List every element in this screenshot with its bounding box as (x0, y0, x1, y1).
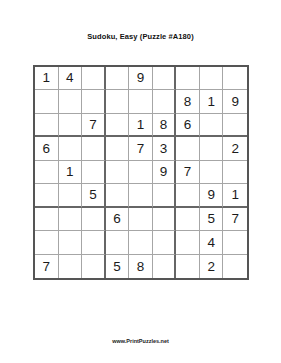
sudoku-cell-r2c3[interactable] (82, 90, 106, 113)
sudoku-cell-r4c8[interactable] (200, 137, 224, 160)
sudoku-cell-r8c5[interactable] (129, 231, 153, 254)
sudoku-cell-r3c6[interactable]: 8 (153, 114, 177, 137)
sudoku-cell-r7c9[interactable]: 7 (223, 208, 247, 231)
sudoku-cell-r2c5[interactable] (129, 90, 153, 113)
sudoku-cell-r7c1[interactable] (35, 208, 59, 231)
sudoku-cell-r7c3[interactable] (82, 208, 106, 231)
sudoku-cell-r9c7[interactable] (176, 255, 200, 278)
sudoku-cell-r9c3[interactable] (82, 255, 106, 278)
sudoku-cell-r7c2[interactable] (59, 208, 83, 231)
sudoku-cell-r4c1[interactable]: 6 (35, 137, 59, 160)
sudoku-cell-r5c5[interactable] (129, 161, 153, 184)
sudoku-cell-r6c3[interactable]: 5 (82, 184, 106, 207)
sudoku-cell-r6c9[interactable]: 1 (223, 184, 247, 207)
sudoku-cell-r9c9[interactable] (223, 255, 247, 278)
sudoku-cell-r4c3[interactable] (82, 137, 106, 160)
sudoku-cell-r8c6[interactable] (153, 231, 177, 254)
sudoku-cell-r1c8[interactable] (200, 67, 224, 90)
sudoku-cell-r5c6[interactable]: 9 (153, 161, 177, 184)
sudoku-cell-r3c4[interactable] (106, 114, 130, 137)
sudoku-cell-r6c4[interactable] (106, 184, 130, 207)
sudoku-cell-r1c6[interactable] (153, 67, 177, 90)
sudoku-cell-r3c7[interactable]: 6 (176, 114, 200, 137)
sudoku-cell-r7c8[interactable]: 5 (200, 208, 224, 231)
sudoku-cell-r9c4[interactable]: 5 (106, 255, 130, 278)
puzzle-title: Sudoku, Easy (Puzzle #A180) (0, 32, 281, 41)
sudoku-cell-r4c6[interactable]: 3 (153, 137, 177, 160)
sudoku-cell-r1c4[interactable] (106, 67, 130, 90)
sudoku-cell-r1c3[interactable] (82, 67, 106, 90)
sudoku-cell-r2c4[interactable] (106, 90, 130, 113)
sudoku-cell-r4c9[interactable]: 2 (223, 137, 247, 160)
sudoku-cell-r2c7[interactable]: 8 (176, 90, 200, 113)
sudoku-cell-r6c5[interactable] (129, 184, 153, 207)
sudoku-cell-r7c7[interactable] (176, 208, 200, 231)
sudoku-cell-r2c6[interactable] (153, 90, 177, 113)
sudoku-cell-r5c4[interactable] (106, 161, 130, 184)
sudoku-cell-r6c7[interactable] (176, 184, 200, 207)
sudoku-cell-r5c9[interactable] (223, 161, 247, 184)
sudoku-cell-r6c2[interactable] (59, 184, 83, 207)
sudoku-cell-r5c2[interactable]: 1 (59, 161, 83, 184)
sudoku-cell-r1c1[interactable]: 1 (35, 67, 59, 90)
sudoku-cell-r4c5[interactable]: 7 (129, 137, 153, 160)
sudoku-cell-r3c2[interactable] (59, 114, 83, 137)
sudoku-cell-r8c3[interactable] (82, 231, 106, 254)
sudoku-cell-r1c7[interactable] (176, 67, 200, 90)
puzzle-page: Sudoku, Easy (Puzzle #A180) 149819718667… (0, 0, 281, 363)
sudoku-grid: 1498197186673219759165747582 (33, 65, 249, 280)
sudoku-cell-r1c9[interactable] (223, 67, 247, 90)
sudoku-cell-r7c5[interactable] (129, 208, 153, 231)
sudoku-cell-r2c8[interactable]: 1 (200, 90, 224, 113)
sudoku-cell-r7c6[interactable] (153, 208, 177, 231)
sudoku-cell-r3c8[interactable] (200, 114, 224, 137)
sudoku-cell-r6c8[interactable]: 9 (200, 184, 224, 207)
sudoku-cell-r5c8[interactable] (200, 161, 224, 184)
sudoku-cell-r5c1[interactable] (35, 161, 59, 184)
sudoku-cell-r2c2[interactable] (59, 90, 83, 113)
sudoku-cell-r8c2[interactable] (59, 231, 83, 254)
sudoku-cell-r2c9[interactable]: 9 (223, 90, 247, 113)
sudoku-cell-r3c1[interactable] (35, 114, 59, 137)
sudoku-cell-r4c7[interactable] (176, 137, 200, 160)
sudoku-cell-r8c4[interactable] (106, 231, 130, 254)
sudoku-cell-r8c1[interactable] (35, 231, 59, 254)
sudoku-cell-r2c1[interactable] (35, 90, 59, 113)
sudoku-cell-r8c7[interactable] (176, 231, 200, 254)
sudoku-cell-r6c6[interactable] (153, 184, 177, 207)
sudoku-cell-r3c9[interactable] (223, 114, 247, 137)
footer-url: www.PrintPuzzles.net (0, 338, 281, 344)
sudoku-cell-r9c2[interactable] (59, 255, 83, 278)
sudoku-cell-r3c5[interactable]: 1 (129, 114, 153, 137)
sudoku-cell-r6c1[interactable] (35, 184, 59, 207)
sudoku-cell-r9c5[interactable]: 8 (129, 255, 153, 278)
sudoku-cell-r9c6[interactable] (153, 255, 177, 278)
sudoku-cell-r9c1[interactable]: 7 (35, 255, 59, 278)
sudoku-cell-r1c2[interactable]: 4 (59, 67, 83, 90)
sudoku-cell-r4c2[interactable] (59, 137, 83, 160)
sudoku-cell-r1c5[interactable]: 9 (129, 67, 153, 90)
sudoku-cell-r5c3[interactable] (82, 161, 106, 184)
sudoku-cell-r4c4[interactable] (106, 137, 130, 160)
sudoku-cell-r9c8[interactable]: 2 (200, 255, 224, 278)
sudoku-cell-r8c8[interactable]: 4 (200, 231, 224, 254)
sudoku-cell-r8c9[interactable] (223, 231, 247, 254)
sudoku-cell-r7c4[interactable]: 6 (106, 208, 130, 231)
sudoku-cell-r5c7[interactable]: 7 (176, 161, 200, 184)
sudoku-cell-r3c3[interactable]: 7 (82, 114, 106, 137)
